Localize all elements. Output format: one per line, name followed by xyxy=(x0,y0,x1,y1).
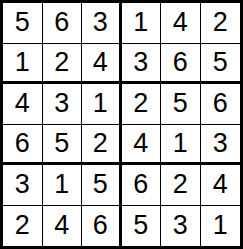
cell-r6c4[interactable]: 5 xyxy=(122,206,162,247)
cell-r5c5[interactable]: 2 xyxy=(161,165,201,206)
cell-r6c3[interactable]: 6 xyxy=(82,206,122,247)
cell-r4c1[interactable]: 6 xyxy=(3,125,43,166)
cell-r4c4[interactable]: 4 xyxy=(122,125,162,166)
cell-r6c2[interactable]: 4 xyxy=(43,206,83,247)
cell-r1c3[interactable]: 3 xyxy=(82,3,122,44)
cell-r1c1[interactable]: 5 xyxy=(3,3,43,44)
cell-r4c6[interactable]: 3 xyxy=(201,125,241,166)
cell-r5c4[interactable]: 6 xyxy=(122,165,162,206)
cell-r3c2[interactable]: 3 xyxy=(43,84,83,125)
cell-r2c6[interactable]: 5 xyxy=(201,44,241,85)
cell-r1c5[interactable]: 4 xyxy=(161,3,201,44)
cell-r3c4[interactable]: 2 xyxy=(122,84,162,125)
cell-r1c6[interactable]: 2 xyxy=(201,3,241,44)
cell-r1c4[interactable]: 1 xyxy=(122,3,162,44)
cell-r6c6[interactable]: 1 xyxy=(201,206,241,247)
cell-r3c3[interactable]: 1 xyxy=(82,84,122,125)
cell-r2c5[interactable]: 6 xyxy=(161,44,201,85)
cell-r4c2[interactable]: 5 xyxy=(43,125,83,166)
cell-r3c5[interactable]: 5 xyxy=(161,84,201,125)
cell-r1c2[interactable]: 6 xyxy=(43,3,83,44)
cell-r5c6[interactable]: 4 xyxy=(201,165,241,206)
cell-r2c2[interactable]: 2 xyxy=(43,44,83,85)
cell-r2c1[interactable]: 1 xyxy=(3,44,43,85)
cell-r6c5[interactable]: 3 xyxy=(161,206,201,247)
cell-r4c3[interactable]: 2 xyxy=(82,125,122,166)
cell-r3c1[interactable]: 4 xyxy=(3,84,43,125)
cell-r2c4[interactable]: 3 xyxy=(122,44,162,85)
cell-r3c6[interactable]: 6 xyxy=(201,84,241,125)
cell-r5c1[interactable]: 3 xyxy=(3,165,43,206)
cell-r4c5[interactable]: 1 xyxy=(161,125,201,166)
cell-r5c2[interactable]: 1 xyxy=(43,165,83,206)
cell-r2c3[interactable]: 4 xyxy=(82,44,122,85)
cell-r5c3[interactable]: 5 xyxy=(82,165,122,206)
cell-r6c1[interactable]: 2 xyxy=(3,206,43,247)
sudoku-board: 563142124365431256652413315624246531 xyxy=(0,0,243,249)
